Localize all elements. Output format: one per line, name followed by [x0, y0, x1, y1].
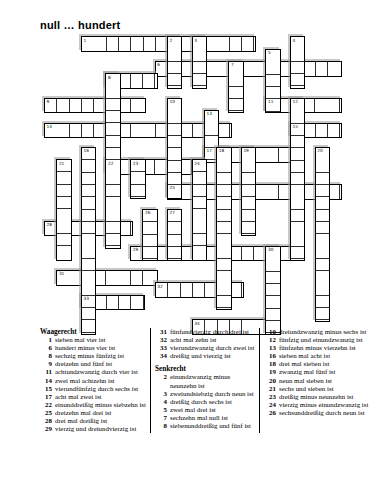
word-box-2-down [167, 36, 183, 88]
clue-item-number: 32 [155, 336, 167, 344]
clue-item-26: 26sechsunddreißig durch neun ist [264, 409, 382, 417]
grid-clue-number-33: 33 [84, 297, 89, 302]
word-box-19-down [241, 147, 257, 236]
clue-item-number: 31 [155, 328, 167, 336]
clue-item-25: 25dreizehn mal drei ist [40, 409, 147, 417]
clue-item-number: 29 [40, 425, 52, 433]
clue-item-number: 11 [40, 368, 52, 376]
word-box-24-down [192, 159, 208, 261]
clue-item-number: 10 [264, 328, 276, 336]
word-box-3-down [192, 36, 208, 88]
clue-item-number: 24 [264, 401, 276, 409]
grid-clue-number-29: 29 [133, 248, 138, 253]
clue-item-5: 5zwei mal drei ist [155, 406, 257, 414]
clue-item-20: 20neun mal sieben ist [264, 377, 382, 385]
clue-item-10: 10dreiundzwanzig minus sechs ist [264, 328, 382, 336]
grid-clue-number-10: 10 [170, 100, 175, 105]
clue-item-number: 17 [40, 393, 52, 401]
clue-list-header-waagerecht: Waagerecht [40, 328, 147, 336]
grid-clue-number-13: 13 [207, 112, 212, 117]
clue-item-number: 33 [155, 344, 167, 352]
word-box-30-down [265, 246, 281, 335]
clue-item-13: 13fünfzehn minus vierzehn ist [264, 344, 382, 352]
grid-clue-number-7: 7 [231, 63, 234, 68]
grid-clue-number-24: 24 [194, 162, 199, 167]
clue-item-number: 28 [40, 417, 52, 425]
clue-item-4: 4dreißig durch sechs ist [155, 398, 257, 406]
clue-item-29: 29vierzig und dreiundvierzig ist [40, 425, 147, 433]
clue-item-8: 8sechzig minus fünfzig ist [40, 352, 147, 360]
clue-item-15: 15vierundfünfzig durch sechs ist [40, 385, 147, 393]
clue-item-22: 22einunddreißig minus siebzehn ist [40, 401, 147, 409]
grid-clue-number-9: 9 [47, 100, 50, 105]
grid-clue-number-11: 11 [268, 100, 273, 105]
clue-item-number: 25 [40, 409, 52, 417]
grid-clue-number-17: 17 [207, 149, 212, 154]
grid-clue-number-3: 3 [194, 39, 197, 44]
word-box-9-across [44, 98, 146, 114]
puzzle-title: null … hundert [40, 19, 120, 31]
clue-item-28: 28drei mal dreißig ist [40, 417, 147, 425]
clue-item-number: 12 [264, 336, 276, 344]
word-box-16-down [81, 147, 97, 335]
grid-clue-number-2: 2 [170, 39, 173, 44]
grid-clue-number-16: 16 [84, 149, 89, 154]
clue-item-6: 6hundert minus vier ist [40, 344, 147, 352]
grid-clue-number-8: 8 [108, 76, 111, 81]
clue-item-7: 7sechzehn mal null ist [155, 414, 257, 422]
puzzle-page: null … hundert 1689111415172225282931323… [0, 0, 386, 500]
word-box-26-down [142, 209, 158, 261]
word-box-27-down [167, 209, 183, 261]
clue-item-17: 17acht mal zwei ist [40, 393, 147, 401]
clue-item-number: 8 [155, 422, 167, 430]
grid-clue-number-26: 26 [145, 211, 150, 216]
word-box-12-down [290, 98, 306, 261]
crossword-grid: 1689111415172225282931323334234571012131… [46, 38, 346, 338]
grid-clue-number-34: 34 [194, 322, 199, 327]
clue-item-number: 9 [40, 360, 52, 368]
clue-item-21: 21sechs und sieben ist [264, 385, 382, 393]
word-box-20-down [315, 147, 331, 322]
clue-item-number: 8 [40, 352, 52, 360]
grid-clue-number-20: 20 [317, 149, 322, 154]
clue-item-19: 19zwanzig mal fünf ist [264, 368, 382, 376]
grid-clue-number-28: 28 [47, 223, 52, 228]
clue-item-number: 34 [155, 352, 167, 360]
grid-clue-number-25: 25 [170, 186, 175, 191]
clue-item-16: 16sieben mal acht ist [264, 352, 382, 360]
clue-section: Waagerecht1sieben mal vier ist6hundert m… [40, 328, 382, 433]
grid-clue-number-4: 4 [293, 39, 296, 44]
clue-item-number: 7 [155, 414, 167, 422]
clue-item-23: 23dreißig minus neunzehn ist [264, 393, 382, 401]
clue-item-18: 18drei mal sieben ist [264, 360, 382, 368]
grid-clue-number-23: 23 [133, 162, 138, 167]
grid-clue-number-1: 1 [84, 39, 87, 44]
clue-item-32: 32acht mal zehn ist [155, 336, 257, 344]
clue-item-number: 4 [155, 398, 167, 406]
word-box-7-down [228, 61, 244, 113]
clue-item-number: 1 [40, 336, 52, 344]
clue-item-number: 19 [264, 368, 276, 376]
clue-item-number: 26 [264, 409, 276, 417]
clue-item-number: 21 [264, 385, 276, 393]
grid-clue-number-5: 5 [268, 51, 271, 56]
word-box-21-down [56, 159, 72, 261]
clue-item-1: 1sieben mal vier ist [40, 336, 147, 344]
clue-item-number: 15 [40, 385, 52, 393]
clue-item-number: 18 [264, 360, 276, 368]
grid-clue-number-21: 21 [59, 162, 64, 167]
grid-clue-number-32: 32 [157, 285, 162, 290]
clue-item-number: 5 [155, 406, 167, 414]
clue-item-number: 2 [155, 373, 167, 381]
clue-item-number: 13 [264, 344, 276, 352]
clue-item-24: 24vierzig minus einundzwanzig ist [264, 401, 382, 409]
word-box-4-down [290, 36, 306, 88]
clue-item-number: 16 [264, 352, 276, 360]
grid-clue-number-22: 22 [108, 162, 113, 167]
grid-clue-number-15: 15 [293, 125, 298, 130]
clue-item-number: 14 [40, 377, 52, 385]
clue-item-11: 11achtundzwanzig durch vier ist [40, 368, 147, 376]
word-box-18-down [216, 147, 232, 310]
clue-item-number: 3 [155, 390, 167, 398]
grid-clue-number-18: 18 [219, 149, 224, 154]
clue-item-8: 8siebenunddreißig und fünf ist [155, 422, 257, 430]
clue-item-34: 34dreißig und vierzig ist [155, 352, 257, 360]
grid-clue-number-14: 14 [47, 125, 52, 130]
clue-item-3: 3zweiundsiebzig durch neun ist [155, 390, 257, 398]
grid-clue-number-6: 6 [157, 63, 160, 68]
clue-item-number: 23 [264, 393, 276, 401]
clue-item-9: 9dreizehn und fünf ist [40, 360, 147, 368]
clue-item-31: 31fünfundvierzig durch drei ist [155, 328, 257, 336]
grid-clue-number-30: 30 [268, 248, 273, 253]
clue-item-number: 20 [264, 377, 276, 385]
clue-column-2: 31fünfundvierzig durch drei ist32acht ma… [150, 328, 259, 433]
clue-item-number: 22 [40, 401, 52, 409]
clue-column-1: Waagerecht1sieben mal vier ist6hundert m… [40, 328, 150, 433]
clue-column-3: 10dreiundzwanzig minus sechs ist12fünfzi… [259, 328, 382, 433]
grid-clue-number-31: 31 [59, 272, 64, 277]
clue-item-2: 2einundzwanzig minus neunzehn ist [155, 373, 257, 389]
word-box-31-across [56, 270, 158, 286]
clue-item-number: 6 [40, 344, 52, 352]
grid-clue-number-12: 12 [293, 100, 298, 105]
clue-item-14: 14zwei mal achtzehn ist [40, 377, 147, 385]
clue-item-33: 33vierundzwanzig durch zwei ist [155, 344, 257, 352]
clue-item-12: 12fünfzig und einundzwanzig ist [264, 336, 382, 344]
grid-clue-number-19: 19 [243, 149, 248, 154]
grid-clue-number-27: 27 [170, 211, 175, 216]
word-box-6-across [155, 61, 343, 77]
clue-list-header-senkrecht: Senkrecht [155, 365, 257, 373]
